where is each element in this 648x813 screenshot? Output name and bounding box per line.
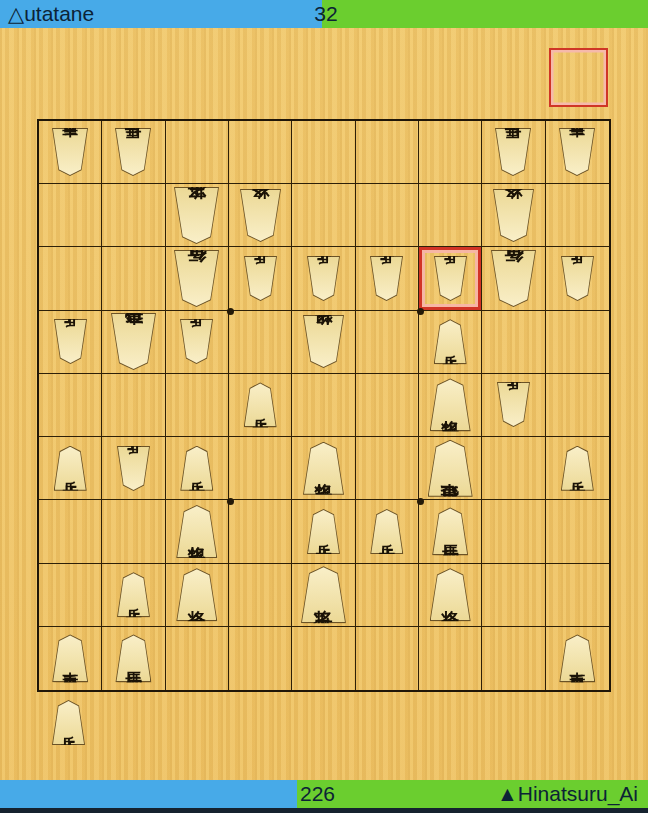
- piece-sente-歩兵[interactable]: 歩兵: [434, 319, 467, 364]
- piece-gote-歩兵[interactable]: 歩兵: [497, 382, 530, 427]
- cell-r2c1[interactable]: [39, 184, 102, 247]
- cell-r1c4[interactable]: [229, 121, 292, 184]
- piece-sente-歩兵[interactable]: 歩兵: [180, 446, 213, 491]
- piece-gote-香車[interactable]: 香車: [559, 128, 595, 176]
- piece-gote-香車[interactable]: 香車: [52, 128, 88, 176]
- piece-sente-歩兵[interactable]: 歩兵: [52, 700, 85, 745]
- cell-r3c9[interactable]: 歩兵: [546, 247, 609, 310]
- piece-gote-桂馬[interactable]: 桂馬: [495, 128, 531, 176]
- bottom-player-bar: 226 ▲Hinatsuru_Ai: [0, 780, 648, 808]
- piece-sente-香車[interactable]: 香車: [559, 634, 595, 682]
- cell-r3c3[interactable]: 角行: [166, 247, 229, 310]
- cell-r8c3[interactable]: 金将: [166, 564, 229, 627]
- cell-r9c6[interactable]: [356, 627, 419, 690]
- cell-r5c3[interactable]: [166, 374, 229, 437]
- cell-r9c3[interactable]: [166, 627, 229, 690]
- cell-r6c2[interactable]: 歩兵: [102, 437, 165, 500]
- cell-r4c9[interactable]: [546, 311, 609, 374]
- top-player-bar: △utatane 32: [0, 0, 648, 28]
- star-point: [417, 498, 424, 505]
- cell-r6c8[interactable]: [482, 437, 545, 500]
- cell-r3c6[interactable]: 歩兵: [356, 247, 419, 310]
- piece-sente-銀将[interactable]: 銀将: [303, 442, 344, 495]
- cell-r1c6[interactable]: [356, 121, 419, 184]
- cell-r2c6[interactable]: [356, 184, 419, 247]
- cell-r3c4[interactable]: 歩兵: [229, 247, 292, 310]
- piece-gote-歩兵[interactable]: 歩兵: [244, 256, 277, 301]
- cell-r3c8[interactable]: 角行: [482, 247, 545, 310]
- piece-sente-歩兵[interactable]: 歩兵: [244, 382, 277, 427]
- cell-r7c3[interactable]: 銀将: [166, 500, 229, 563]
- cell-r1c9[interactable]: 香車: [546, 121, 609, 184]
- cell-r7c8[interactable]: [482, 500, 545, 563]
- piece-gote-金将[interactable]: 金将: [493, 189, 534, 242]
- piece-sente-銀将[interactable]: 銀将: [176, 505, 217, 558]
- cell-r5c1[interactable]: [39, 374, 102, 437]
- piece-gote-金将[interactable]: 金将: [240, 189, 281, 242]
- cell-r8c6[interactable]: [356, 564, 419, 627]
- piece-gote-歩兵[interactable]: 歩兵: [561, 256, 594, 301]
- cell-r5c6[interactable]: [356, 374, 419, 437]
- piece-sente-飛車[interactable]: 飛車: [428, 440, 473, 497]
- cell-r8c1[interactable]: [39, 564, 102, 627]
- piece-sente-歩兵[interactable]: 歩兵: [370, 509, 403, 554]
- cell-r2c9[interactable]: [546, 184, 609, 247]
- cell-r1c2[interactable]: 桂馬: [102, 121, 165, 184]
- bottom-player-clock: 226: [300, 780, 335, 808]
- top-player-clock: 32: [302, 0, 350, 28]
- piece-sente-香車[interactable]: 香車: [52, 634, 88, 682]
- top-bar-green-segment: [322, 0, 648, 28]
- gote-hand-empty-slot[interactable]: [549, 48, 608, 107]
- piece-gote-歩兵[interactable]: 歩兵: [54, 319, 87, 364]
- board-cells: 香車桂馬桂馬香車王将金将金将角行歩兵歩兵歩兵歩兵角行歩兵歩兵飛車歩兵銀将歩兵歩兵…: [39, 121, 609, 690]
- cell-r3c2[interactable]: [102, 247, 165, 310]
- piece-gote-角行[interactable]: 角行: [491, 250, 536, 307]
- cell-r6c4[interactable]: [229, 437, 292, 500]
- cell-r2c5[interactable]: [292, 184, 355, 247]
- cell-r6c1[interactable]: 歩兵: [39, 437, 102, 500]
- cell-r4c5[interactable]: 銀将: [292, 311, 355, 374]
- cell-r4c1[interactable]: 歩兵: [39, 311, 102, 374]
- cell-r5c7[interactable]: 銀将: [419, 374, 482, 437]
- cell-r7c7[interactable]: 桂馬: [419, 500, 482, 563]
- cell-r4c7[interactable]: 歩兵: [419, 311, 482, 374]
- cell-r9c2[interactable]: 桂馬: [102, 627, 165, 690]
- star-point: [227, 498, 234, 505]
- piece-gote-歩兵[interactable]: 歩兵: [434, 256, 467, 301]
- cell-r8c7[interactable]: 金将: [419, 564, 482, 627]
- cell-r1c1[interactable]: 香車: [39, 121, 102, 184]
- star-point: [227, 308, 234, 315]
- cell-r1c5[interactable]: [292, 121, 355, 184]
- cell-r8c4[interactable]: [229, 564, 292, 627]
- cell-r7c2[interactable]: [102, 500, 165, 563]
- cell-r9c8[interactable]: [482, 627, 545, 690]
- cell-r7c6[interactable]: 歩兵: [356, 500, 419, 563]
- cell-r8c5[interactable]: 玉将: [292, 564, 355, 627]
- piece-gote-桂馬[interactable]: 桂馬: [115, 128, 151, 176]
- cell-r5c5[interactable]: [292, 374, 355, 437]
- piece-sente-金将[interactable]: 金将: [430, 568, 471, 621]
- cell-r2c2[interactable]: [102, 184, 165, 247]
- cell-r8c9[interactable]: [546, 564, 609, 627]
- piece-gote-歩兵[interactable]: 歩兵: [180, 319, 213, 364]
- board: 香車桂馬桂馬香車王将金将金将角行歩兵歩兵歩兵歩兵角行歩兵歩兵飛車歩兵銀将歩兵歩兵…: [37, 119, 611, 692]
- cell-r3c7[interactable]: 歩兵: [419, 247, 482, 310]
- cell-r1c7[interactable]: [419, 121, 482, 184]
- sente-hand: 歩兵: [52, 700, 85, 745]
- cell-r9c9[interactable]: 香車: [546, 627, 609, 690]
- cell-r3c1[interactable]: [39, 247, 102, 310]
- piece-sente-玉将[interactable]: 玉将: [301, 566, 346, 623]
- cell-r6c6[interactable]: [356, 437, 419, 500]
- cell-r2c3[interactable]: 王将: [166, 184, 229, 247]
- cell-r1c8[interactable]: 桂馬: [482, 121, 545, 184]
- piece-gote-歩兵[interactable]: 歩兵: [117, 446, 150, 491]
- piece-gote-角行[interactable]: 角行: [174, 250, 219, 307]
- cell-r7c1[interactable]: [39, 500, 102, 563]
- piece-sente-歩兵[interactable]: 歩兵: [307, 509, 340, 554]
- piece-sente-歩兵[interactable]: 歩兵: [54, 446, 87, 491]
- piece-sente-歩兵[interactable]: 歩兵: [117, 572, 150, 617]
- cell-r9c4[interactable]: [229, 627, 292, 690]
- cell-r5c2[interactable]: [102, 374, 165, 437]
- piece-sente-歩兵[interactable]: 歩兵: [561, 446, 594, 491]
- cell-r2c8[interactable]: 金将: [482, 184, 545, 247]
- cell-r4c2[interactable]: 飛車: [102, 311, 165, 374]
- bottom-player-name: ▲Hinatsuru_Ai: [497, 780, 638, 808]
- star-point: [417, 308, 424, 315]
- piece-gote-飛車[interactable]: 飛車: [111, 313, 156, 370]
- piece-gote-歩兵[interactable]: 歩兵: [370, 256, 403, 301]
- piece-sente-銀将[interactable]: 銀将: [430, 378, 471, 431]
- piece-gote-銀将[interactable]: 銀将: [303, 315, 344, 368]
- cell-r5c9[interactable]: [546, 374, 609, 437]
- cell-r7c4[interactable]: [229, 500, 292, 563]
- cell-r7c9[interactable]: [546, 500, 609, 563]
- top-player-name: △utatane: [8, 0, 94, 28]
- cell-r6c3[interactable]: 歩兵: [166, 437, 229, 500]
- cell-r1c3[interactable]: [166, 121, 229, 184]
- cell-r3c5[interactable]: 歩兵: [292, 247, 355, 310]
- cell-r7c5[interactable]: 歩兵: [292, 500, 355, 563]
- cell-r4c3[interactable]: 歩兵: [166, 311, 229, 374]
- piece-gote-王将[interactable]: 王将: [174, 187, 219, 244]
- cell-r6c9[interactable]: 歩兵: [546, 437, 609, 500]
- cell-r9c1[interactable]: 香車: [39, 627, 102, 690]
- cell-r6c5[interactable]: 銀将: [292, 437, 355, 500]
- piece-sente-桂馬[interactable]: 桂馬: [432, 507, 468, 555]
- cell-r4c8[interactable]: [482, 311, 545, 374]
- cell-r5c8[interactable]: 歩兵: [482, 374, 545, 437]
- bottom-strip: [0, 808, 648, 813]
- cell-r8c2[interactable]: 歩兵: [102, 564, 165, 627]
- piece-sente-桂馬[interactable]: 桂馬: [115, 634, 151, 682]
- bottom-bar-blue-segment: [0, 780, 297, 808]
- cell-r9c7[interactable]: [419, 627, 482, 690]
- cell-r6c7[interactable]: 飛車: [419, 437, 482, 500]
- piece-gote-歩兵[interactable]: 歩兵: [307, 256, 340, 301]
- cell-r5c4[interactable]: 歩兵: [229, 374, 292, 437]
- cell-r9c5[interactable]: [292, 627, 355, 690]
- piece-sente-金将[interactable]: 金将: [176, 568, 217, 621]
- cell-r4c6[interactable]: [356, 311, 419, 374]
- cell-r8c8[interactable]: [482, 564, 545, 627]
- cell-r4c4[interactable]: [229, 311, 292, 374]
- cell-r2c4[interactable]: 金将: [229, 184, 292, 247]
- cell-r2c7[interactable]: [419, 184, 482, 247]
